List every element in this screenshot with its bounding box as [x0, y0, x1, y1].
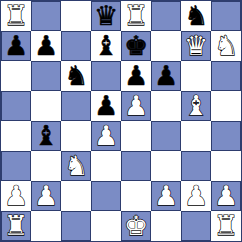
square-c4[interactable] [61, 121, 91, 151]
square-b4[interactable]: ♝ [31, 121, 61, 151]
piece-white-pawn[interactable]: ♟ [214, 181, 238, 211]
square-f5[interactable] [151, 91, 181, 121]
square-d3[interactable] [91, 151, 121, 181]
square-h7[interactable]: ♞ [211, 31, 241, 61]
square-h5[interactable] [211, 91, 241, 121]
square-b7[interactable]: ♟ [31, 31, 61, 61]
square-b2[interactable]: ♟ [31, 181, 61, 211]
square-d8[interactable]: ♛ [91, 1, 121, 31]
square-h2[interactable]: ♟ [211, 181, 241, 211]
square-g2[interactable]: ♟ [181, 181, 211, 211]
square-d7[interactable]: ♝ [91, 31, 121, 61]
piece-black-bishop[interactable]: ♝ [34, 121, 58, 151]
square-b8[interactable] [31, 1, 61, 31]
square-d6[interactable] [91, 61, 121, 91]
piece-black-pawn[interactable]: ♟ [124, 61, 148, 91]
square-h3[interactable] [211, 151, 241, 181]
piece-white-pawn[interactable]: ♟ [34, 181, 58, 211]
square-h1[interactable]: ♜ [211, 211, 241, 241]
chess-board-wrap: ♜♛♜♞♟♟♝♚♛♞♞♟♟♟♟♝♝♟♞♟♟♟♟♟♜♚♜ [0, 0, 242, 242]
square-c7[interactable] [61, 31, 91, 61]
piece-black-queen[interactable]: ♛ [94, 1, 118, 31]
square-g3[interactable] [181, 151, 211, 181]
square-e2[interactable] [121, 181, 151, 211]
piece-white-pawn[interactable]: ♟ [184, 181, 208, 211]
piece-white-pawn[interactable]: ♟ [124, 91, 148, 121]
square-g5[interactable]: ♝ [181, 91, 211, 121]
piece-white-rook[interactable]: ♜ [4, 1, 28, 31]
piece-white-pawn[interactable]: ♟ [94, 121, 118, 151]
square-a5[interactable] [1, 91, 31, 121]
piece-white-pawn[interactable]: ♟ [4, 181, 28, 211]
square-b1[interactable] [31, 211, 61, 241]
square-a2[interactable]: ♟ [1, 181, 31, 211]
square-e6[interactable]: ♟ [121, 61, 151, 91]
piece-white-knight[interactable]: ♞ [214, 31, 238, 61]
square-e8[interactable]: ♜ [121, 1, 151, 31]
square-h4[interactable] [211, 121, 241, 151]
piece-white-rook[interactable]: ♜ [124, 1, 148, 31]
square-c8[interactable] [61, 1, 91, 31]
square-f8[interactable] [151, 1, 181, 31]
square-b3[interactable] [31, 151, 61, 181]
piece-black-pawn[interactable]: ♟ [154, 61, 178, 91]
square-f6[interactable]: ♟ [151, 61, 181, 91]
square-a4[interactable] [1, 121, 31, 151]
square-d4[interactable]: ♟ [91, 121, 121, 151]
square-g1[interactable] [181, 211, 211, 241]
piece-black-pawn[interactable]: ♟ [94, 91, 118, 121]
square-a1[interactable]: ♜ [1, 211, 31, 241]
square-a3[interactable] [1, 151, 31, 181]
square-e4[interactable] [121, 121, 151, 151]
square-d2[interactable] [91, 181, 121, 211]
piece-white-queen[interactable]: ♛ [184, 31, 208, 61]
square-c1[interactable] [61, 211, 91, 241]
piece-white-rook[interactable]: ♜ [214, 211, 238, 241]
square-a7[interactable]: ♟ [1, 31, 31, 61]
square-c5[interactable] [61, 91, 91, 121]
square-e1[interactable]: ♚ [121, 211, 151, 241]
piece-black-knight[interactable]: ♞ [64, 61, 88, 91]
piece-white-knight[interactable]: ♞ [64, 151, 88, 181]
square-c6[interactable]: ♞ [61, 61, 91, 91]
square-c3[interactable]: ♞ [61, 151, 91, 181]
piece-white-bishop[interactable]: ♝ [184, 91, 208, 121]
square-f1[interactable] [151, 211, 181, 241]
piece-white-king[interactable]: ♚ [124, 211, 148, 241]
square-d1[interactable] [91, 211, 121, 241]
piece-white-pawn[interactable]: ♟ [154, 181, 178, 211]
square-e3[interactable] [121, 151, 151, 181]
square-d5[interactable]: ♟ [91, 91, 121, 121]
piece-black-pawn[interactable]: ♟ [4, 31, 28, 61]
piece-black-king[interactable]: ♚ [124, 31, 148, 61]
square-a6[interactable] [1, 61, 31, 91]
square-h8[interactable] [211, 1, 241, 31]
square-b5[interactable] [31, 91, 61, 121]
square-h6[interactable] [211, 61, 241, 91]
square-e5[interactable]: ♟ [121, 91, 151, 121]
square-f7[interactable] [151, 31, 181, 61]
piece-black-knight[interactable]: ♞ [184, 1, 208, 31]
square-f3[interactable] [151, 151, 181, 181]
square-a8[interactable]: ♜ [1, 1, 31, 31]
square-g8[interactable]: ♞ [181, 1, 211, 31]
square-b6[interactable] [31, 61, 61, 91]
piece-white-rook[interactable]: ♜ [4, 211, 28, 241]
square-c2[interactable] [61, 181, 91, 211]
square-g4[interactable] [181, 121, 211, 151]
square-g6[interactable] [181, 61, 211, 91]
piece-black-pawn[interactable]: ♟ [34, 31, 58, 61]
square-e7[interactable]: ♚ [121, 31, 151, 61]
square-f4[interactable] [151, 121, 181, 151]
square-f2[interactable]: ♟ [151, 181, 181, 211]
chess-board: ♜♛♜♞♟♟♝♚♛♞♞♟♟♟♟♝♝♟♞♟♟♟♟♟♜♚♜ [0, 0, 242, 242]
piece-black-bishop[interactable]: ♝ [94, 31, 118, 61]
square-g7[interactable]: ♛ [181, 31, 211, 61]
